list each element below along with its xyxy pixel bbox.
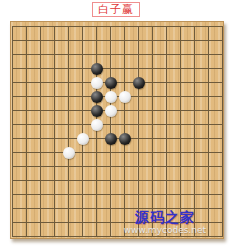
black-stone <box>91 91 103 103</box>
black-stone <box>91 63 103 75</box>
board-grid <box>12 26 223 237</box>
game-result-banner: 白子赢 <box>92 2 140 17</box>
black-stone <box>133 77 145 89</box>
white-stone <box>91 119 103 131</box>
white-stone <box>91 77 103 89</box>
black-stone <box>119 133 131 145</box>
gomoku-board[interactable] <box>10 21 224 239</box>
black-stone <box>105 133 117 145</box>
white-stone <box>119 91 131 103</box>
game-window: 白子赢 源码之家 www.mycodes.net <box>0 0 232 250</box>
game-result-text: 白子赢 <box>98 3 134 16</box>
white-stone <box>105 105 117 117</box>
black-stone <box>91 105 103 117</box>
black-stone <box>105 77 117 89</box>
white-stone <box>105 91 117 103</box>
white-stone <box>77 133 89 145</box>
white-stone <box>63 147 75 159</box>
